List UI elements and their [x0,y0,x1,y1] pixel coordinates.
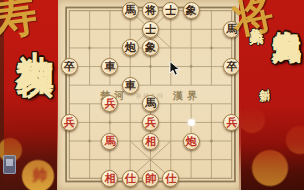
move-highlight-dot [188,119,195,126]
piece-black-advisor[interactable]: 士 [142,21,159,38]
mouse-cursor-icon [169,61,181,77]
piece-red-advisor[interactable]: 仕 [162,170,179,187]
piece-black-soldier[interactable]: 卒 [61,58,78,75]
piece-red-king[interactable]: 帥 [142,170,159,187]
right-banner-subtitle: 象棋大师 [247,17,265,21]
piece-black-horse[interactable]: 馬 [223,21,240,38]
piece-red-advisor[interactable]: 仕 [122,170,139,187]
piece-black-horse[interactable]: 馬 [122,2,139,19]
xiangqi-board[interactable]: 楚河 漢界 象棋大師 馬将士象士馬炮象卒車卒車馬兵兵兵兵馬相炮相仕帥仕 [57,0,241,190]
corner-watermark [3,155,16,174]
piece-red-soldier[interactable]: 兵 [142,114,159,131]
piece-red-cannon[interactable]: 炮 [183,133,200,150]
piece-black-chariot[interactable]: 車 [122,77,139,94]
xiangqi-video-frame: 帅 楚河 漢界 象棋大師 馬将士象士馬炮象卒車卒車馬兵兵兵兵馬相炮相仕帥仕 大神… [0,0,304,190]
piece-black-elephant[interactable]: 象 [183,2,200,19]
river-label-right: 漢界 [173,89,201,103]
right-banner [239,0,304,190]
left-banner-title: 大神象棋 [9,21,60,33]
piece-red-horse[interactable]: 馬 [101,133,118,150]
piece-red-soldier[interactable]: 兵 [223,114,240,131]
piece-red-elephant[interactable]: 相 [142,133,159,150]
piece-red-soldier[interactable]: 兵 [61,114,78,131]
right-banner-title: 中炮对屏风马 [267,7,304,16]
